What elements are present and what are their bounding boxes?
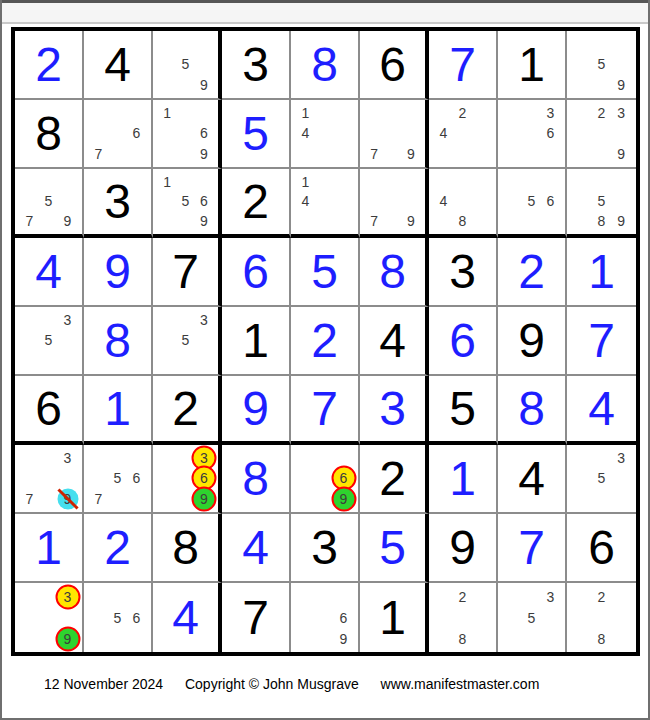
cell-r6c5[interactable]: 7 — [291, 376, 360, 445]
candidate-2: 2 — [592, 103, 612, 123]
cell-r6c2[interactable]: 1 — [84, 376, 153, 445]
candidate-5: 5 — [522, 607, 541, 628]
candidate-9: 9 — [402, 144, 420, 164]
given-digit: 1 — [242, 317, 269, 365]
candidate-7: 7 — [365, 144, 383, 164]
candidate-digit: 9 — [617, 213, 625, 229]
candidate-3: 3 — [58, 310, 77, 330]
candidate-digit: 9 — [200, 213, 208, 229]
cell-r8c3[interactable]: 8 — [153, 514, 222, 583]
candidate-9: 9 — [195, 211, 213, 231]
cell-r6c3[interactable]: 2 — [153, 376, 222, 445]
candidate-3: 3 — [541, 103, 560, 123]
given-digit: 4 — [104, 41, 131, 89]
cell-r8c9[interactable]: 6 — [567, 514, 636, 583]
candidate-digit: 9 — [407, 146, 415, 162]
cell-r2c7[interactable]: 24 — [429, 100, 498, 169]
candidate-6: 6 — [541, 192, 560, 212]
cell-r9c7[interactable]: 28 — [429, 583, 498, 652]
candidate-grid: 35 — [15, 307, 82, 374]
candidate-grid: 56 — [84, 583, 151, 652]
cell-r9c1[interactable]: 39 — [15, 583, 84, 652]
window-top-bar — [2, 0, 648, 24]
solved-digit: 7 — [449, 41, 476, 89]
sudoku-page: 2459386715986716951479243623957931569214… — [0, 0, 650, 720]
given-digit: 7 — [172, 248, 199, 296]
candidate-3: 3 — [611, 448, 631, 468]
candidate-5: 5 — [522, 192, 541, 212]
solved-digit: 2 — [518, 248, 545, 296]
candidate-digit: 2 — [598, 589, 606, 605]
candidate-digit: 3 — [64, 450, 72, 466]
cell-r4c5[interactable]: 5 — [291, 238, 360, 307]
candidate-9: 9 — [611, 75, 631, 95]
candidate-9: 9 — [402, 211, 420, 231]
solved-digit: 7 — [518, 524, 545, 572]
candidate-grid: 69 — [291, 583, 358, 652]
solved-digit: 8 — [311, 41, 338, 89]
candidate-9: 9 — [611, 211, 631, 231]
candidate-4: 4 — [296, 123, 315, 143]
candidate-digit: 5 — [45, 193, 53, 209]
cell-r7c8[interactable]: 4 — [498, 445, 567, 514]
cell-r3c5[interactable]: 14 — [291, 169, 360, 238]
candidate-grid: 35 — [567, 445, 636, 512]
candidate-4: 4 — [434, 192, 453, 212]
cell-r6c7[interactable]: 5 — [429, 376, 498, 445]
given-digit: 6 — [379, 41, 406, 89]
candidate-grid: 567 — [84, 445, 151, 512]
candidate-grid: 39 — [15, 583, 82, 652]
candidate-digit: 3 — [200, 312, 208, 328]
candidate-8: 8 — [592, 211, 612, 231]
given-digit: 2 — [242, 178, 269, 226]
solved-digit: 2 — [311, 317, 338, 365]
solved-digit: 6 — [242, 248, 269, 296]
cell-r5c7[interactable]: 6 — [429, 307, 498, 376]
solved-digit: 5 — [311, 248, 338, 296]
candidate-grid: 1569 — [153, 169, 218, 234]
given-digit: 1 — [518, 41, 545, 89]
cell-r7c3[interactable]: 369 — [153, 445, 222, 514]
candidate-5: 5 — [592, 54, 612, 74]
given-digit: 4 — [518, 455, 545, 503]
cell-r5c5[interactable]: 2 — [291, 307, 360, 376]
given-digit: 9 — [449, 524, 476, 572]
candidate-grid: 35 — [153, 307, 218, 374]
candidate-grid: 28 — [429, 583, 496, 652]
solved-digit: 5 — [379, 524, 406, 572]
solved-digit: 4 — [35, 248, 62, 296]
cell-r6c9[interactable]: 4 — [567, 376, 636, 445]
cell-r3c2[interactable]: 3 — [84, 169, 153, 238]
cell-r1c1[interactable]: 2 — [15, 31, 84, 100]
cell-r4c2[interactable]: 9 — [84, 238, 153, 307]
candidate-digit: 1 — [302, 105, 310, 121]
candidate-1: 1 — [158, 172, 176, 192]
sudoku-board: 2459386715986716951479243623957931569214… — [11, 27, 640, 656]
candidate-3: 3 — [541, 586, 560, 607]
given-digit: 4 — [379, 317, 406, 365]
cell-r9c3[interactable]: 4 — [153, 583, 222, 652]
cell-r1c7[interactable]: 7 — [429, 31, 498, 100]
candidate-digit: 1 — [302, 174, 310, 190]
cell-r5c6[interactable]: 4 — [360, 307, 429, 376]
candidate-5: 5 — [39, 330, 58, 350]
cell-r8c8[interactable]: 7 — [498, 514, 567, 583]
given-digit: 3 — [104, 178, 131, 226]
candidate-digit: 5 — [182, 193, 190, 209]
cell-r3c9[interactable]: 589 — [567, 169, 636, 238]
candidate-digit: 3 — [617, 450, 625, 466]
candidate-9: 9 — [195, 489, 213, 509]
cell-r3c7[interactable]: 48 — [429, 169, 498, 238]
candidate-9: 9 — [195, 144, 213, 164]
cell-r8c2[interactable]: 2 — [84, 514, 153, 583]
cell-r5c2[interactable]: 8 — [84, 307, 153, 376]
given-digit: 1 — [379, 594, 406, 642]
given-digit: 2 — [172, 385, 199, 433]
candidate-grid: 579 — [15, 169, 82, 234]
cell-r3c4[interactable]: 2 — [222, 169, 291, 238]
solved-digit: 8 — [104, 317, 131, 365]
candidate-digit: 5 — [45, 332, 53, 348]
candidate-4: 4 — [434, 123, 453, 143]
cell-r4c9[interactable]: 1 — [567, 238, 636, 307]
cell-r2c3[interactable]: 169 — [153, 100, 222, 169]
candidate-digit: 3 — [64, 312, 72, 328]
given-digit: 7 — [242, 594, 269, 642]
cell-r2c8[interactable]: 36 — [498, 100, 567, 169]
candidate-digit: 5 — [114, 610, 122, 626]
candidate-digit: 6 — [547, 125, 555, 141]
candidate-digit: 1 — [163, 105, 171, 121]
cell-r6c4[interactable]: 9 — [222, 376, 291, 445]
cell-r9c8[interactable]: 35 — [498, 583, 567, 652]
candidate-digit: 7 — [370, 146, 378, 162]
candidate-digit: 8 — [598, 213, 606, 229]
solved-digit: 5 — [242, 110, 269, 158]
candidate-8: 8 — [592, 628, 612, 649]
candidate-digit: 4 — [302, 193, 310, 209]
candidate-6: 6 — [334, 607, 353, 628]
candidate-digit: 9 — [64, 491, 72, 507]
cell-r8c1[interactable]: 1 — [15, 514, 84, 583]
given-digit: 3 — [242, 41, 269, 89]
candidate-9: 9 — [334, 489, 353, 509]
candidate-7: 7 — [89, 489, 108, 509]
cell-r1c2[interactable]: 4 — [84, 31, 153, 100]
candidate-digit: 9 — [340, 631, 348, 647]
candidate-digit: 9 — [407, 213, 415, 229]
candidate-digit: 3 — [547, 105, 555, 121]
candidate-digit: 5 — [598, 470, 606, 486]
candidate-digit: 6 — [340, 610, 348, 626]
candidate-digit: 3 — [547, 589, 555, 605]
candidate-9: 9 — [611, 144, 631, 164]
candidate-digit: 5 — [528, 193, 536, 209]
candidate-digit: 7 — [26, 213, 34, 229]
cell-r5c1[interactable]: 35 — [15, 307, 84, 376]
solved-digit: 2 — [104, 524, 131, 572]
candidate-digit: 9 — [617, 146, 625, 162]
candidate-3: 3 — [611, 103, 631, 123]
candidate-digit: 7 — [95, 146, 103, 162]
cell-r4c8[interactable]: 2 — [498, 238, 567, 307]
candidate-7: 7 — [20, 211, 39, 231]
cell-r2c5[interactable]: 14 — [291, 100, 360, 169]
candidate-grid: 24 — [429, 100, 496, 167]
candidate-3: 3 — [58, 586, 77, 607]
cell-r1c3[interactable]: 59 — [153, 31, 222, 100]
candidate-digit: 6 — [547, 193, 555, 209]
cell-r8c5[interactable]: 3 — [291, 514, 360, 583]
cell-r1c8[interactable]: 1 — [498, 31, 567, 100]
candidate-5: 5 — [176, 54, 194, 74]
candidate-digit: 3 — [617, 105, 625, 121]
candidate-6: 6 — [195, 123, 213, 143]
candidate-4: 4 — [296, 192, 315, 212]
given-digit: 6 — [588, 524, 615, 572]
candidate-digit: 9 — [200, 77, 208, 93]
candidate-7: 7 — [20, 489, 39, 509]
candidate-6: 6 — [195, 192, 213, 212]
candidate-grid: 56 — [498, 169, 565, 234]
given-digit: 8 — [172, 524, 199, 572]
cell-r4c1[interactable]: 4 — [15, 238, 84, 307]
footer-copyright: Copyright © John Musgrave — [185, 676, 359, 692]
candidate-7: 7 — [365, 211, 383, 231]
cell-r2c6[interactable]: 79 — [360, 100, 429, 169]
candidate-2: 2 — [453, 103, 472, 123]
candidate-3: 3 — [195, 310, 213, 330]
candidate-grid: 239 — [567, 100, 636, 167]
cell-r3c3[interactable]: 1569 — [153, 169, 222, 238]
footer-website: www.manifestmaster.com — [381, 676, 540, 692]
candidate-digit: 8 — [598, 631, 606, 647]
cell-r2c4[interactable]: 5 — [222, 100, 291, 169]
cell-r2c1[interactable]: 8 — [15, 100, 84, 169]
cell-r2c9[interactable]: 239 — [567, 100, 636, 169]
candidate-digit: 5 — [598, 56, 606, 72]
cell-r2c2[interactable]: 67 — [84, 100, 153, 169]
given-digit: 2 — [379, 455, 406, 503]
candidate-grid: 14 — [291, 100, 358, 167]
cell-r3c1[interactable]: 579 — [15, 169, 84, 238]
candidate-6: 6 — [127, 123, 146, 143]
solved-digit: 8 — [518, 385, 545, 433]
cell-r5c8[interactable]: 9 — [498, 307, 567, 376]
footer-date: 12 November 2024 — [44, 676, 163, 692]
cell-r7c6[interactable]: 2 — [360, 445, 429, 514]
cell-r9c9[interactable]: 28 — [567, 583, 636, 652]
solved-digit: 9 — [242, 385, 269, 433]
candidate-8: 8 — [453, 628, 472, 649]
cell-r1c4[interactable]: 3 — [222, 31, 291, 100]
cell-r1c6[interactable]: 6 — [360, 31, 429, 100]
cell-r4c4[interactable]: 6 — [222, 238, 291, 307]
candidate-9: 9 — [58, 628, 77, 649]
candidate-digit: 9 — [64, 631, 72, 647]
candidate-7: 7 — [89, 144, 108, 164]
candidate-5: 5 — [39, 192, 58, 212]
solved-digit: 3 — [379, 385, 406, 433]
given-digit: 5 — [449, 385, 476, 433]
given-digit: 6 — [35, 385, 62, 433]
cell-r7c9[interactable]: 35 — [567, 445, 636, 514]
solved-digit: 1 — [104, 385, 131, 433]
solved-digit: 8 — [242, 455, 269, 503]
cell-r7c7[interactable]: 1 — [429, 445, 498, 514]
candidate-1: 1 — [158, 103, 176, 123]
cell-r3c8[interactable]: 56 — [498, 169, 567, 238]
candidate-digit: 5 — [528, 610, 536, 626]
candidate-digit: 4 — [302, 125, 310, 141]
candidate-digit: 5 — [182, 56, 190, 72]
candidate-digit: 7 — [95, 491, 103, 507]
candidate-9: 9 — [195, 75, 213, 95]
candidate-grid: 69 — [291, 445, 358, 512]
candidate-digit: 9 — [200, 491, 208, 507]
candidate-digit: 2 — [598, 105, 606, 121]
candidate-9: 9 — [334, 628, 353, 649]
solved-digit: 4 — [172, 594, 199, 642]
candidate-digit: 4 — [440, 193, 448, 209]
candidate-9: 9 — [58, 211, 77, 231]
cell-r8c6[interactable]: 5 — [360, 514, 429, 583]
candidate-digit: 3 — [200, 450, 208, 466]
candidate-digit: 6 — [133, 125, 141, 141]
candidate-5: 5 — [108, 468, 127, 488]
solved-digit: 1 — [588, 248, 615, 296]
candidate-digit: 1 — [163, 174, 171, 190]
candidate-digit: 2 — [459, 589, 467, 605]
cell-r9c5[interactable]: 69 — [291, 583, 360, 652]
candidate-digit: 2 — [459, 105, 467, 121]
solved-digit: 2 — [35, 41, 62, 89]
solved-digit: 9 — [104, 248, 131, 296]
candidate-digit: 6 — [200, 193, 208, 209]
cell-r6c1[interactable]: 6 — [15, 376, 84, 445]
candidate-grid: 28 — [567, 583, 636, 652]
candidate-grid: 67 — [84, 100, 151, 167]
candidate-digit: 6 — [200, 470, 208, 486]
candidate-3: 3 — [58, 448, 77, 468]
candidate-digit: 5 — [598, 193, 606, 209]
candidate-digit: 8 — [459, 213, 467, 229]
solved-digit: 1 — [449, 455, 476, 503]
cell-r4c3[interactable]: 7 — [153, 238, 222, 307]
candidate-1: 1 — [296, 103, 315, 123]
candidate-5: 5 — [592, 192, 612, 212]
candidate-digit: 9 — [200, 146, 208, 162]
candidate-grid: 79 — [360, 100, 425, 167]
candidate-grid: 589 — [567, 169, 636, 234]
cell-r1c5[interactable]: 8 — [291, 31, 360, 100]
given-digit: 8 — [35, 110, 62, 158]
candidate-digit: 6 — [133, 470, 141, 486]
candidate-6: 6 — [195, 468, 213, 488]
solved-digit: 8 — [379, 248, 406, 296]
cell-r6c8[interactable]: 8 — [498, 376, 567, 445]
cell-r7c2[interactable]: 567 — [84, 445, 153, 514]
candidate-digit: 9 — [617, 77, 625, 93]
given-digit: 3 — [449, 248, 476, 296]
solved-digit: 7 — [311, 385, 338, 433]
solved-digit: 4 — [242, 524, 269, 572]
candidate-2: 2 — [453, 586, 472, 607]
candidate-6: 6 — [541, 123, 560, 143]
cell-r9c6[interactable]: 1 — [360, 583, 429, 652]
candidate-digit: 7 — [370, 213, 378, 229]
solved-digit: 6 — [449, 317, 476, 365]
candidate-digit: 4 — [440, 125, 448, 141]
cell-r3c6[interactable]: 79 — [360, 169, 429, 238]
cell-r4c7[interactable]: 3 — [429, 238, 498, 307]
cell-r5c4[interactable]: 1 — [222, 307, 291, 376]
candidate-digit: 6 — [133, 610, 141, 626]
candidate-5: 5 — [108, 607, 127, 628]
candidate-grid: 369 — [153, 445, 218, 512]
cell-r8c7[interactable]: 9 — [429, 514, 498, 583]
candidate-5: 5 — [592, 468, 612, 488]
candidate-5: 5 — [176, 192, 194, 212]
candidate-digit: 5 — [182, 332, 190, 348]
candidate-grid: 79 — [360, 169, 425, 234]
cell-r6c6[interactable]: 3 — [360, 376, 429, 445]
cell-r4c6[interactable]: 8 — [360, 238, 429, 307]
candidate-digit: 9 — [64, 213, 72, 229]
candidate-grid: 59 — [153, 31, 218, 98]
candidate-6: 6 — [127, 468, 146, 488]
candidate-digit: 6 — [340, 470, 348, 486]
solved-digit: 7 — [588, 317, 615, 365]
candidate-digit: 9 — [340, 491, 348, 507]
candidate-grid: 36 — [498, 100, 565, 167]
candidate-grid: 379 — [15, 445, 82, 512]
cell-r8c4[interactable]: 4 — [222, 514, 291, 583]
footer: 12 November 2024 Copyright © John Musgra… — [44, 676, 539, 692]
cell-r7c4[interactable]: 8 — [222, 445, 291, 514]
given-digit: 9 — [518, 317, 545, 365]
cell-r9c4[interactable]: 7 — [222, 583, 291, 652]
candidate-grid: 59 — [567, 31, 636, 98]
candidate-5: 5 — [176, 330, 194, 350]
cell-r5c9[interactable]: 7 — [567, 307, 636, 376]
cell-r5c3[interactable]: 35 — [153, 307, 222, 376]
cell-r7c5[interactable]: 69 — [291, 445, 360, 514]
candidate-digit: 7 — [26, 491, 34, 507]
cell-r7c1[interactable]: 379 — [15, 445, 84, 514]
candidate-grid: 35 — [498, 583, 565, 652]
candidate-9: 9 — [58, 489, 77, 509]
candidate-3: 3 — [195, 448, 213, 468]
candidate-digit: 8 — [459, 631, 467, 647]
candidate-1: 1 — [296, 172, 315, 192]
cell-r1c9[interactable]: 59 — [567, 31, 636, 100]
solved-digit: 4 — [588, 385, 615, 433]
candidate-grid: 48 — [429, 169, 496, 234]
given-digit: 3 — [311, 524, 338, 572]
candidate-2: 2 — [592, 586, 612, 607]
candidate-grid: 169 — [153, 100, 218, 167]
candidate-6: 6 — [127, 607, 146, 628]
cell-r9c2[interactable]: 56 — [84, 583, 153, 652]
candidate-digit: 5 — [114, 470, 122, 486]
candidate-8: 8 — [453, 211, 472, 231]
candidate-grid: 14 — [291, 169, 358, 234]
candidate-digit: 6 — [200, 125, 208, 141]
